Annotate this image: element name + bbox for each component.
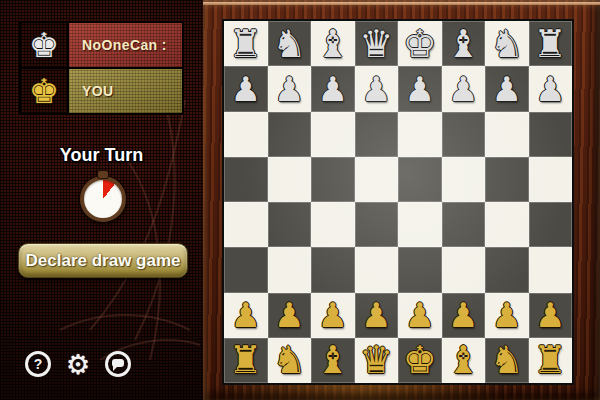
square-c6[interactable]: [311, 112, 355, 157]
square-c3[interactable]: [311, 247, 355, 292]
square-f2[interactable]: ♟: [442, 293, 486, 338]
square-e7[interactable]: ♟: [398, 66, 442, 111]
opponent-name-plate: NoOneCan :: [69, 23, 182, 67]
square-a1[interactable]: ♜: [224, 338, 268, 383]
square-h7[interactable]: ♟: [529, 66, 573, 111]
piece-gold-pawn[interactable]: ♟: [231, 298, 261, 332]
opponent-piece-cell: ♚: [21, 23, 67, 67]
piece-gold-pawn[interactable]: ♟: [318, 298, 348, 332]
square-f1[interactable]: ♝: [442, 338, 486, 383]
stopwatch-knob: [98, 171, 108, 178]
square-g8[interactable]: ♞: [485, 21, 529, 66]
you-name: YOU: [82, 83, 114, 99]
help-question-glyph: ?: [34, 357, 43, 371]
piece-silver-pawn[interactable]: ♟: [535, 72, 565, 106]
piece-silver-knight[interactable]: ♞: [272, 25, 306, 63]
piece-silver-pawn[interactable]: ♟: [361, 72, 391, 106]
piece-silver-pawn[interactable]: ♟: [448, 72, 478, 106]
piece-silver-pawn[interactable]: ♟: [318, 72, 348, 106]
settings-gear-icon[interactable]: ⚙: [65, 351, 91, 377]
square-g2[interactable]: ♟: [485, 293, 529, 338]
piece-silver-knight[interactable]: ♞: [490, 25, 524, 63]
piece-gold-bishop[interactable]: ♝: [316, 341, 350, 379]
square-f3[interactable]: [442, 247, 486, 292]
square-f8[interactable]: ♝: [442, 21, 486, 66]
square-f6[interactable]: [442, 112, 486, 157]
you-name-plate: YOU: [69, 69, 182, 113]
square-d3[interactable]: [355, 247, 399, 292]
piece-gold-pawn[interactable]: ♟: [492, 298, 522, 332]
square-g5[interactable]: [485, 157, 529, 202]
square-d2[interactable]: ♟: [355, 293, 399, 338]
piece-gold-rook[interactable]: ♜: [533, 341, 567, 379]
chat-bubble-glyph: [112, 359, 124, 367]
board-frame: ♜♞♝♛♚♝♞♜♟♟♟♟♟♟♟♟♟♟♟♟♟♟♟♟♜♞♝♛♚♝♞♜: [203, 0, 600, 400]
square-c5[interactable]: [311, 157, 355, 202]
piece-silver-pawn[interactable]: ♟: [405, 72, 435, 106]
piece-silver-king[interactable]: ♚: [403, 25, 437, 63]
square-d1[interactable]: ♛: [355, 338, 399, 383]
square-h3[interactable]: [529, 247, 573, 292]
square-d4[interactable]: [355, 202, 399, 247]
square-b6[interactable]: [268, 112, 312, 157]
square-e5[interactable]: [398, 157, 442, 202]
piece-silver-pawn[interactable]: ♟: [492, 72, 522, 106]
piece-silver-rook[interactable]: ♜: [229, 25, 263, 63]
square-b2[interactable]: ♟: [268, 293, 312, 338]
square-f4[interactable]: [442, 202, 486, 247]
square-h8[interactable]: ♜: [529, 21, 573, 66]
square-g7[interactable]: ♟: [485, 66, 529, 111]
square-h4[interactable]: [529, 202, 573, 247]
piece-silver-bishop[interactable]: ♝: [446, 25, 480, 63]
declare-draw-button[interactable]: Declare draw game: [18, 243, 188, 278]
square-e6[interactable]: [398, 112, 442, 157]
piece-gold-knight[interactable]: ♞: [272, 341, 306, 379]
square-h1[interactable]: ♜: [529, 338, 573, 383]
square-b3[interactable]: [268, 247, 312, 292]
square-d5[interactable]: [355, 157, 399, 202]
square-c2[interactable]: ♟: [311, 293, 355, 338]
square-h2[interactable]: ♟: [529, 293, 573, 338]
square-c1[interactable]: ♝: [311, 338, 355, 383]
piece-gold-pawn[interactable]: ♟: [405, 298, 435, 332]
chess-board: ♜♞♝♛♚♝♞♜♟♟♟♟♟♟♟♟♟♟♟♟♟♟♟♟♜♞♝♛♚♝♞♜: [222, 19, 574, 385]
piece-gold-knight[interactable]: ♞: [490, 341, 524, 379]
square-e2[interactable]: ♟: [398, 293, 442, 338]
square-a2[interactable]: ♟: [224, 293, 268, 338]
square-a3[interactable]: [224, 247, 268, 292]
square-h6[interactable]: [529, 112, 573, 157]
square-b1[interactable]: ♞: [268, 338, 312, 383]
square-g3[interactable]: [485, 247, 529, 292]
gear-glyph: ⚙: [66, 351, 90, 378]
piece-silver-rook[interactable]: ♜: [533, 25, 567, 63]
square-c8[interactable]: ♝: [311, 21, 355, 66]
square-g4[interactable]: [485, 202, 529, 247]
square-d6[interactable]: [355, 112, 399, 157]
white-king-icon: ♚: [29, 28, 59, 62]
square-c7[interactable]: ♟: [311, 66, 355, 111]
square-e1[interactable]: ♚: [398, 338, 442, 383]
square-a8[interactable]: ♜: [224, 21, 268, 66]
chat-icon[interactable]: [105, 351, 131, 377]
piece-gold-pawn[interactable]: ♟: [448, 298, 478, 332]
square-b5[interactable]: [268, 157, 312, 202]
square-b7[interactable]: ♟: [268, 66, 312, 111]
square-a4[interactable]: [224, 202, 268, 247]
square-d8[interactable]: ♛: [355, 21, 399, 66]
footer-toolbar: ? ⚙: [25, 351, 131, 377]
square-e3[interactable]: [398, 247, 442, 292]
square-g1[interactable]: ♞: [485, 338, 529, 383]
piece-gold-pawn[interactable]: ♟: [274, 298, 304, 332]
you-piece-cell: ♚: [21, 69, 67, 113]
square-a6[interactable]: [224, 112, 268, 157]
app-window: ♚ NoOneCan : ♚ YOU Your Turn Declare dra…: [0, 0, 600, 400]
square-b8[interactable]: ♞: [268, 21, 312, 66]
square-a7[interactable]: ♟: [224, 66, 268, 111]
help-icon[interactable]: ?: [25, 351, 51, 377]
piece-gold-pawn[interactable]: ♟: [361, 298, 391, 332]
square-c4[interactable]: [311, 202, 355, 247]
stopwatch-icon: [80, 176, 126, 222]
piece-gold-bishop[interactable]: ♝: [446, 341, 480, 379]
sidebar: ♚ NoOneCan : ♚ YOU Your Turn Declare dra…: [0, 0, 203, 400]
piece-gold-pawn[interactable]: ♟: [535, 298, 565, 332]
gold-king-icon: ♚: [29, 74, 59, 108]
opponent-name: NoOneCan :: [82, 37, 167, 53]
piece-gold-king[interactable]: ♚: [403, 341, 437, 379]
turn-indicator-label: Your Turn: [0, 145, 203, 166]
square-g6[interactable]: [485, 112, 529, 157]
square-b4[interactable]: [268, 202, 312, 247]
piece-silver-bishop[interactable]: ♝: [316, 25, 350, 63]
square-f7[interactable]: ♟: [442, 66, 486, 111]
piece-silver-queen[interactable]: ♛: [359, 25, 393, 63]
piece-gold-rook[interactable]: ♜: [229, 341, 263, 379]
players-panel: ♚ NoOneCan : ♚ YOU: [19, 21, 184, 115]
square-d7[interactable]: ♟: [355, 66, 399, 111]
piece-silver-pawn[interactable]: ♟: [231, 72, 261, 106]
square-e8[interactable]: ♚: [398, 21, 442, 66]
square-e4[interactable]: [398, 202, 442, 247]
square-f5[interactable]: [442, 157, 486, 202]
square-h5[interactable]: [529, 157, 573, 202]
piece-silver-pawn[interactable]: ♟: [274, 72, 304, 106]
square-a5[interactable]: [224, 157, 268, 202]
piece-gold-queen[interactable]: ♛: [359, 341, 393, 379]
